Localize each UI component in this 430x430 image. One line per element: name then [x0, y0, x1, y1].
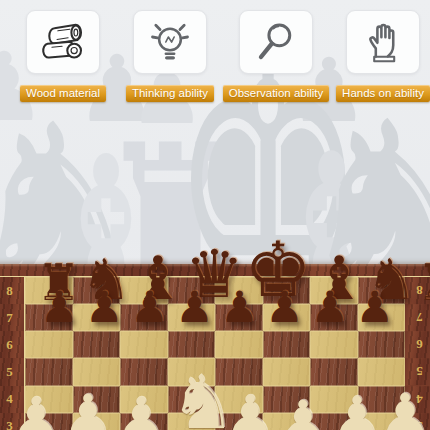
rank-label-left: 5: [0, 358, 25, 385]
white-pawn: ♟: [7, 390, 65, 430]
white-pawn: ♟: [112, 390, 170, 430]
rank-label-left: 6: [0, 331, 25, 358]
black-rook: ♜: [416, 258, 430, 308]
rank-label-left: 7: [0, 304, 25, 331]
rank-label-right: 6: [405, 331, 430, 358]
board-square: [310, 331, 358, 358]
white-pawn: ♟: [274, 393, 332, 430]
black-pawn: ♟: [220, 286, 259, 329]
feature-observation-ability: Observation ability: [228, 10, 324, 102]
feature-card: [346, 10, 420, 74]
black-pawn: ♟: [175, 286, 214, 329]
board-square: [263, 358, 311, 385]
feature-label-banner: Thinking ability: [126, 85, 214, 102]
board-square: [310, 358, 358, 385]
black-pawn: ♟: [130, 286, 169, 329]
board-square: [120, 331, 168, 358]
black-pawn-rank: ♟♟♟♟♟♟♟♟: [40, 283, 394, 329]
hand-icon: [359, 18, 407, 66]
white-pawn: ♟: [374, 386, 430, 430]
feature-wood-material: Wood material: [15, 10, 111, 102]
board-square: [263, 331, 311, 358]
black-pawn: ♟: [85, 286, 124, 329]
black-pawn: ♟: [265, 286, 304, 329]
feature-card: [26, 10, 100, 74]
feature-label-banner: Wood material: [20, 85, 106, 102]
feature-card: [239, 10, 313, 74]
black-pawn: ♟: [355, 286, 394, 329]
board-square: [120, 358, 168, 385]
board-square: [358, 331, 406, 358]
board-square: [73, 331, 121, 358]
feature-hands-on-ability: Hands on ability: [335, 10, 430, 102]
magnifier-icon: [251, 18, 301, 66]
product-image: ♟♟♟♟♞♝♜♚♝♞ Wood material: [0, 0, 430, 430]
board-square: [25, 331, 73, 358]
white-pawn: ♟: [221, 388, 279, 430]
board-square: [168, 331, 216, 358]
feature-label-banner: Observation ability: [223, 85, 330, 102]
wood-logs-icon: [37, 18, 89, 66]
rank-label-left: 8: [0, 277, 25, 304]
lightbulb-icon: [145, 18, 195, 66]
white-pawn: ♟: [59, 387, 117, 430]
feature-thinking-ability: Thinking ability: [122, 10, 218, 102]
board-square: [215, 331, 263, 358]
black-pawn: ♟: [310, 286, 349, 329]
feature-card: [133, 10, 207, 74]
feature-label-banner: Hands on ability: [336, 85, 430, 102]
black-pawn: ♟: [40, 286, 79, 329]
